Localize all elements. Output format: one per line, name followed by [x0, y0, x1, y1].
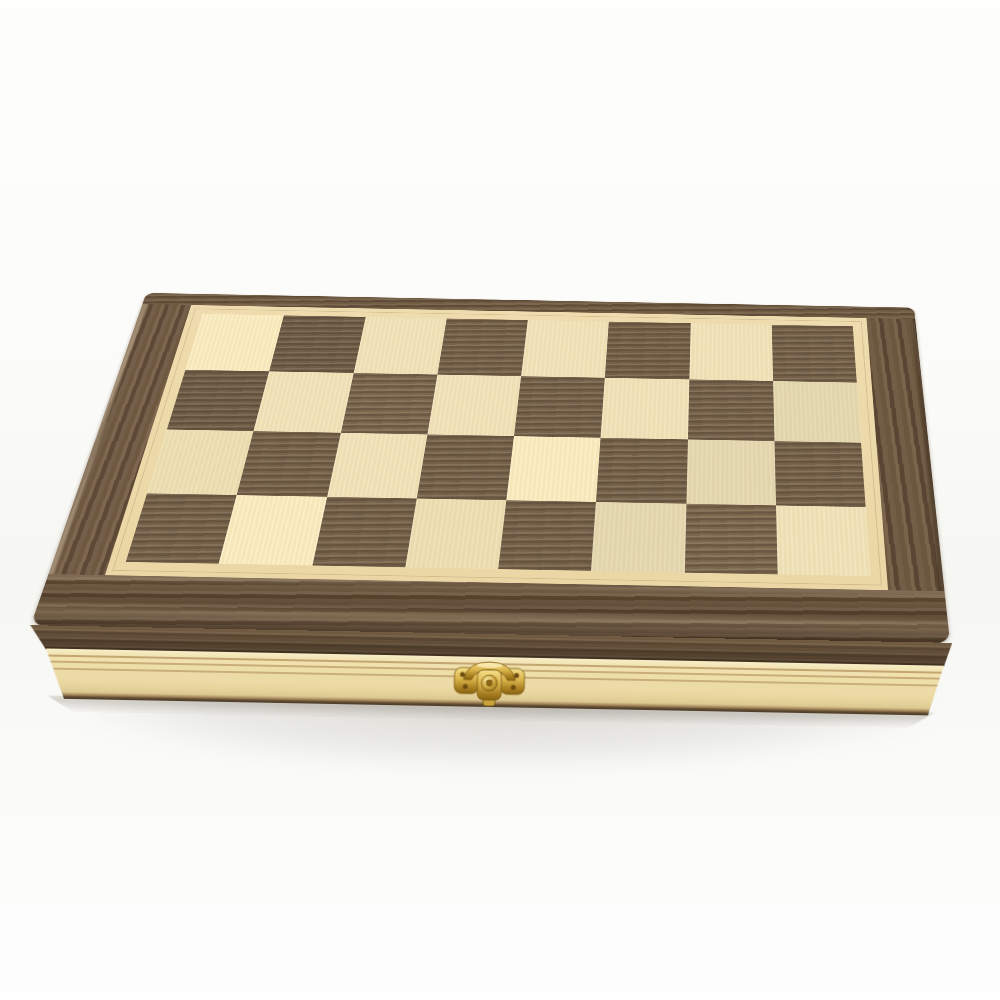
board-square	[774, 441, 865, 507]
brass-clasp-icon	[453, 657, 526, 708]
board-square	[269, 315, 365, 373]
board-square	[147, 429, 254, 495]
board-square	[688, 379, 775, 441]
board-square	[327, 433, 428, 499]
board-square	[506, 436, 600, 502]
board-square	[776, 505, 871, 576]
board-square	[340, 373, 437, 434]
board-square	[405, 499, 506, 570]
board-square	[689, 323, 773, 381]
board-square	[219, 495, 327, 565]
board-square	[254, 371, 354, 432]
board-square	[514, 376, 605, 438]
board-square	[773, 381, 861, 443]
board-square	[772, 325, 857, 383]
product-photo-scene	[0, 0, 1000, 1000]
board-square	[237, 431, 341, 497]
board-square	[167, 370, 269, 431]
chess-box	[0, 0, 1000, 1000]
board-square	[605, 322, 690, 380]
board-square	[591, 502, 686, 573]
board-square	[427, 375, 521, 437]
board-square	[185, 314, 284, 372]
board-square	[521, 320, 609, 378]
board-square	[498, 500, 596, 571]
board-square	[312, 497, 417, 567]
board-grid	[126, 314, 871, 576]
board-square	[126, 493, 237, 563]
board-lid-top	[30, 293, 950, 644]
board-square	[437, 319, 528, 377]
maple-margin	[105, 305, 888, 590]
board-square	[686, 439, 776, 505]
board-square	[417, 434, 514, 500]
board-square	[353, 317, 446, 375]
board-square	[684, 504, 777, 575]
board-square	[601, 378, 689, 440]
board-square	[596, 438, 687, 504]
